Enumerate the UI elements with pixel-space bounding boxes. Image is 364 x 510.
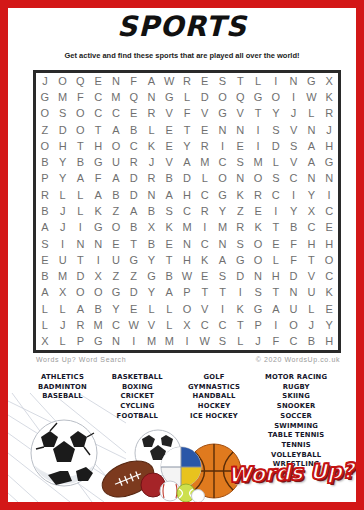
grid-cell[interactable]: S (267, 171, 285, 187)
grid-cell[interactable]: C (107, 317, 125, 333)
grid-cell[interactable]: M (196, 154, 214, 170)
grid-cell[interactable]: V (196, 106, 214, 122)
grid-cell[interactable]: T (89, 122, 107, 138)
grid-cell[interactable]: O (107, 220, 125, 236)
grid-cell[interactable]: Q (231, 89, 249, 105)
grid-cell[interactable]: S (214, 269, 232, 285)
grid-cell[interactable]: D (72, 269, 90, 285)
grid-cell[interactable]: O (178, 301, 196, 317)
grid-cell[interactable]: H (267, 269, 285, 285)
grid-cell[interactable]: R (231, 220, 249, 236)
grid-cell[interactable]: U (285, 301, 303, 317)
grid-cell[interactable]: X (143, 220, 161, 236)
grid-cell[interactable]: S (231, 236, 249, 252)
grid-cell[interactable]: O (36, 106, 54, 122)
grid-cell[interactable]: H (89, 138, 107, 154)
grid-cell[interactable]: C (302, 220, 320, 236)
grid-cell[interactable]: A (125, 203, 143, 219)
grid-cell[interactable]: N (214, 236, 232, 252)
grid-cell[interactable]: I (72, 220, 90, 236)
grid-cell[interactable]: L (36, 317, 54, 333)
grid-cell[interactable]: L (54, 187, 72, 203)
grid-cell[interactable]: C (285, 171, 303, 187)
grid-cell[interactable]: M (178, 220, 196, 236)
grid-cell[interactable]: C (320, 269, 338, 285)
grid-cell[interactable]: T (196, 285, 214, 301)
grid-cell[interactable]: T (72, 252, 90, 268)
grid-cell[interactable]: N (285, 285, 303, 301)
grid-cell[interactable]: X (302, 203, 320, 219)
grid-cell[interactable]: K (320, 89, 338, 105)
grid-cell[interactable]: H (320, 236, 338, 252)
grid-cell[interactable]: N (285, 73, 303, 89)
grid-cell[interactable]: H (320, 138, 338, 154)
grid-cell[interactable]: N (143, 187, 161, 203)
grid-cell[interactable]: X (89, 269, 107, 285)
grid-cell[interactable]: E (36, 252, 54, 268)
grid-cell[interactable]: E (196, 73, 214, 89)
grid-cell[interactable]: O (249, 252, 267, 268)
grid-cell[interactable]: X (36, 334, 54, 350)
word-list-column: MOTOR RACINGRUGBYSKIINGSNOOKERSOCCERSWIM… (252, 373, 340, 470)
grid-cell[interactable]: Y (214, 203, 232, 219)
grid-cell[interactable]: E (125, 106, 143, 122)
grid-cell[interactable]: K (231, 301, 249, 317)
grid-cell[interactable]: G (249, 89, 267, 105)
grid-cell[interactable]: E (196, 122, 214, 138)
grid-cell[interactable]: R (143, 106, 161, 122)
grid-cell[interactable]: L (36, 301, 54, 317)
grid-cell[interactable]: V (160, 154, 178, 170)
grid-cell[interactable]: V (231, 106, 249, 122)
grid-cell[interactable]: W (302, 89, 320, 105)
grid-cell[interactable]: K (231, 187, 249, 203)
grid-cell[interactable]: G (160, 89, 178, 105)
grid-cell[interactable]: A (143, 73, 161, 89)
grid-cell[interactable]: L (267, 154, 285, 170)
grid-cell[interactable]: M (89, 317, 107, 333)
grid-cell[interactable]: C (214, 317, 232, 333)
grid-cell[interactable]: T (249, 106, 267, 122)
grid-cell[interactable]: G (107, 285, 125, 301)
grid-cell[interactable]: G (231, 252, 249, 268)
grid-cell[interactable]: S (285, 138, 303, 154)
grid-cell[interactable]: E (160, 122, 178, 138)
grid-cell[interactable]: D (125, 187, 143, 203)
grid-cell[interactable]: Z (125, 269, 143, 285)
grid-cell[interactable]: C (107, 106, 125, 122)
grid-cell[interactable]: O (214, 89, 232, 105)
grid-cell[interactable]: J (54, 203, 72, 219)
grid-cell[interactable]: A (72, 301, 90, 317)
grid-cell[interactable]: O (72, 122, 90, 138)
grid-cell[interactable]: E (160, 138, 178, 154)
grid-cell[interactable]: T (125, 236, 143, 252)
grid-cell[interactable]: J (320, 122, 338, 138)
grid-cell[interactable]: D (196, 89, 214, 105)
grid-cell[interactable]: H (178, 187, 196, 203)
grid-cell[interactable]: B (143, 203, 161, 219)
grid-cell[interactable]: S (214, 73, 232, 89)
grid-cell[interactable]: A (89, 187, 107, 203)
word-list-column: GOLFGYMNASTICSHANDBALLHOCKEYICE HOCKEY (176, 373, 253, 470)
grid-cell[interactable]: V (285, 154, 303, 170)
grid-cell[interactable]: I (249, 122, 267, 138)
grid-cell[interactable]: G (214, 106, 232, 122)
grid-cell[interactable]: K (89, 203, 107, 219)
grid-cell[interactable]: C (196, 236, 214, 252)
grid-cell[interactable]: A (36, 220, 54, 236)
grid-cell[interactable]: B (160, 269, 178, 285)
word-item: CRICKET (121, 392, 155, 402)
grid-cell[interactable]: A (302, 138, 320, 154)
grid-cell[interactable]: C (89, 89, 107, 105)
grid-cell[interactable]: J (36, 73, 54, 89)
grid-cell[interactable]: B (36, 203, 54, 219)
grid-cell[interactable]: I (214, 301, 232, 317)
grid-cell[interactable]: L (231, 334, 249, 350)
grid-cell[interactable]: U (107, 154, 125, 170)
grid-cell[interactable]: A (107, 171, 125, 187)
grid-cell[interactable]: B (143, 236, 161, 252)
grid-cell[interactable]: F (72, 89, 90, 105)
grid-cell[interactable]: N (302, 122, 320, 138)
grid-cell[interactable]: G (214, 187, 232, 203)
grid-cell[interactable]: A (160, 187, 178, 203)
grid-cell[interactable]: R (72, 317, 90, 333)
grid-cell[interactable]: T (302, 252, 320, 268)
grid-cell[interactable]: I (267, 203, 285, 219)
grid-cell[interactable]: U (54, 252, 72, 268)
grid-cell[interactable]: E (267, 236, 285, 252)
grid-cell[interactable]: I (214, 138, 232, 154)
grid-cell[interactable]: L (249, 73, 267, 89)
grid-cell[interactable]: D (231, 269, 249, 285)
grid-cell[interactable]: C (89, 106, 107, 122)
grid-cell[interactable]: N (320, 171, 338, 187)
grid-cell[interactable]: C (285, 334, 303, 350)
puzzle-grid: JOQENFAWRESTLINGXGMFCMQNGLDOQGOIWKOSOCCE… (33, 70, 341, 353)
grid-cell[interactable]: F (89, 171, 107, 187)
grid-cell[interactable]: G (36, 89, 54, 105)
word-item: SKIING (282, 392, 310, 402)
grid-cell[interactable]: E (89, 73, 107, 89)
grid-cell[interactable]: A (214, 252, 232, 268)
grid-cell[interactable]: G (125, 252, 143, 268)
grid-cell[interactable]: K (196, 252, 214, 268)
grid-cell[interactable]: E (125, 301, 143, 317)
grid-cell[interactable]: Y (267, 106, 285, 122)
grid-cell[interactable]: T (231, 317, 249, 333)
grid-cell[interactable]: R (249, 187, 267, 203)
grid-cell[interactable]: I (285, 89, 303, 105)
grid-cell[interactable]: M (54, 269, 72, 285)
grid-cell[interactable]: L (196, 171, 214, 187)
grid-cell[interactable]: W (125, 317, 143, 333)
grid-cell[interactable]: H (54, 138, 72, 154)
grid-cell[interactable]: O (72, 106, 90, 122)
grid-cell[interactable]: V (160, 106, 178, 122)
grid-cell[interactable]: O (36, 138, 54, 154)
grid-cell[interactable]: O (107, 138, 125, 154)
grid-cell[interactable]: O (54, 73, 72, 89)
grid-cell[interactable]: N (143, 89, 161, 105)
grid-cell[interactable]: S (249, 285, 267, 301)
grid-cell[interactable]: I (267, 73, 285, 89)
grid-cell[interactable]: V (285, 122, 303, 138)
grid-cell[interactable]: O (249, 171, 267, 187)
grid-cell[interactable]: Z (36, 122, 54, 138)
grid-cell[interactable]: V (143, 317, 161, 333)
grid-cell[interactable]: C (125, 138, 143, 154)
grid-cell[interactable]: B (89, 301, 107, 317)
grid-cell[interactable]: F (178, 106, 196, 122)
grid-cell[interactable]: O (214, 171, 232, 187)
grid-cell[interactable]: G (143, 269, 161, 285)
grid-cell[interactable]: F (285, 252, 303, 268)
grid-cell[interactable]: D (285, 269, 303, 285)
grid-cell[interactable]: A (107, 122, 125, 138)
grid-cell[interactable]: P (36, 171, 54, 187)
grid-cell[interactable]: S (160, 203, 178, 219)
grid-cell[interactable]: Y (107, 301, 125, 317)
grid-cell[interactable]: A (36, 285, 54, 301)
grid-cell[interactable]: A (302, 154, 320, 170)
grid-cell[interactable]: N (249, 269, 267, 285)
grid-cell[interactable]: Y (54, 154, 72, 170)
grid-cell[interactable]: H (178, 252, 196, 268)
grid-cell[interactable]: G (302, 73, 320, 89)
grid-cell[interactable]: D (125, 171, 143, 187)
grid-cell[interactable]: A (178, 154, 196, 170)
grid-cell[interactable]: X (320, 73, 338, 89)
grid-cell[interactable]: Y (143, 252, 161, 268)
grid-cell[interactable]: K (320, 285, 338, 301)
grid-cell[interactable]: I (249, 138, 267, 154)
golf-ball-icon (192, 490, 205, 503)
grid-cell[interactable]: R (196, 203, 214, 219)
grid-cell[interactable]: B (36, 269, 54, 285)
grid-cell[interactable]: I (125, 334, 143, 350)
grid-cell[interactable]: I (320, 187, 338, 203)
grid-cell[interactable]: B (125, 220, 143, 236)
grid-cell[interactable]: N (89, 236, 107, 252)
grid-cell[interactable]: D (178, 171, 196, 187)
grid-cell[interactable]: G (89, 154, 107, 170)
grid-cell[interactable]: L (143, 301, 161, 317)
grid-cell[interactable]: O (249, 236, 267, 252)
grid-cell[interactable]: B (302, 334, 320, 350)
grid-cell[interactable]: N (231, 171, 249, 187)
grid-cell[interactable]: L (160, 301, 178, 317)
grid-cell[interactable]: J (285, 106, 303, 122)
grid-cell[interactable]: G (89, 334, 107, 350)
grid-cell[interactable]: L (178, 89, 196, 105)
grid-cell[interactable]: I (178, 334, 196, 350)
grid-cell[interactable]: R (125, 154, 143, 170)
grid-cell[interactable]: Z (231, 203, 249, 219)
grid-cell[interactable]: J (54, 317, 72, 333)
grid-cell[interactable]: X (178, 317, 196, 333)
word-list: ATHLETICSBADMINTONBASEBALL BASKETBALLBOX… (26, 373, 340, 470)
grid-cell[interactable]: A (267, 301, 285, 317)
grid-cell[interactable]: X (54, 285, 72, 301)
grid-cell[interactable]: S (36, 236, 54, 252)
grid-cell[interactable]: Y (54, 171, 72, 187)
grid-cell[interactable]: T (178, 122, 196, 138)
grid-cell[interactable]: T (160, 252, 178, 268)
grid-cell[interactable]: Y (320, 317, 338, 333)
grid-cell[interactable]: B (160, 171, 178, 187)
grid-cell[interactable]: U (107, 252, 125, 268)
grid-cell[interactable]: T (267, 220, 285, 236)
grid-cell[interactable]: J (302, 317, 320, 333)
grid-cell[interactable]: Z (107, 203, 125, 219)
grid-cell[interactable]: R (143, 171, 161, 187)
word-item: SWIMMING (274, 422, 318, 432)
grid-cell[interactable]: T (214, 285, 232, 301)
grid-cell[interactable]: K (143, 138, 161, 154)
grid-cell[interactable]: S (54, 106, 72, 122)
grid-cell[interactable]: R (320, 106, 338, 122)
grid-cell[interactable]: D (267, 138, 285, 154)
grid-cell[interactable]: S (231, 154, 249, 170)
grid-cell[interactable]: E (231, 138, 249, 154)
grid-cell[interactable]: D (125, 285, 143, 301)
grid-cell[interactable]: N (231, 122, 249, 138)
grid-cell[interactable]: G (89, 220, 107, 236)
grid-cell[interactable]: E (196, 269, 214, 285)
grid-cell[interactable]: I (285, 187, 303, 203)
grid-cell[interactable]: C (196, 317, 214, 333)
grid-cell[interactable]: I (267, 317, 285, 333)
footer-brand: Words Up? Word Search (36, 356, 126, 363)
grid-cell[interactable]: B (36, 154, 54, 170)
grid-cell[interactable]: L (302, 301, 320, 317)
grid-cell[interactable]: T (231, 73, 249, 89)
grid-cell[interactable]: R (196, 138, 214, 154)
grid-cell[interactable]: E (249, 203, 267, 219)
grid-cell[interactable]: Z (107, 269, 125, 285)
grid-cell[interactable]: C (267, 187, 285, 203)
grid-cell[interactable]: L (72, 187, 90, 203)
grid-cell[interactable]: M (143, 334, 161, 350)
grid-cell[interactable]: N (302, 171, 320, 187)
grid-cell[interactable]: J (249, 334, 267, 350)
grid-cell[interactable]: O (267, 89, 285, 105)
grid-cell[interactable]: M (249, 154, 267, 170)
grid-cell[interactable]: F (267, 334, 285, 350)
grid-cell[interactable]: L (143, 122, 161, 138)
grid-cell[interactable]: P (72, 334, 90, 350)
grid-cell[interactable]: Y (178, 138, 196, 154)
grid-cell[interactable]: C (196, 187, 214, 203)
grid-cell[interactable]: D (54, 122, 72, 138)
grid-cell[interactable]: M (214, 220, 232, 236)
word-list-column: BASKETBALLBOXINGCRICKETCYCLINGFOOTBALL (99, 373, 176, 470)
grid-cell[interactable]: A (72, 171, 90, 187)
grid-cell[interactable]: K (160, 220, 178, 236)
grid-cell[interactable]: L (302, 106, 320, 122)
grid-cell[interactable]: Q (72, 73, 90, 89)
grid-cell[interactable]: M (54, 89, 72, 105)
grid-cell[interactable]: E (107, 236, 125, 252)
grid-cell[interactable]: T (267, 285, 285, 301)
grid-cell[interactable]: Y (143, 285, 161, 301)
grid-cell[interactable]: W (196, 334, 214, 350)
grid-cell[interactable]: C (320, 203, 338, 219)
grid-cell[interactable]: H (320, 334, 338, 350)
grid-cell[interactable]: Y (285, 203, 303, 219)
grid-cell[interactable]: O (320, 252, 338, 268)
grid-cell[interactable]: R (178, 73, 196, 89)
grid-cell[interactable]: N (72, 236, 90, 252)
grid-cell[interactable]: F (125, 73, 143, 89)
grid-cell[interactable]: C (178, 203, 196, 219)
grid-cell[interactable]: N (214, 122, 232, 138)
grid-cell[interactable]: L (267, 252, 285, 268)
grid-cell[interactable]: O (285, 317, 303, 333)
grid-cell[interactable]: O (89, 285, 107, 301)
grid-cell[interactable]: K (249, 220, 267, 236)
grid-cell[interactable]: I (231, 285, 249, 301)
grid-cell[interactable]: W (178, 269, 196, 285)
grid-cell[interactable]: C (214, 154, 232, 170)
grid-cell[interactable]: I (54, 236, 72, 252)
grid-cell[interactable]: G (320, 154, 338, 170)
grid-cell[interactable]: B (72, 154, 90, 170)
grid-cell[interactable]: E (320, 301, 338, 317)
grid-cell[interactable]: B (125, 122, 143, 138)
grid-cell[interactable]: N (107, 334, 125, 350)
grid-cell[interactable]: O (72, 285, 90, 301)
grid-cell[interactable]: A (160, 285, 178, 301)
grid-cell[interactable]: M (160, 334, 178, 350)
grid-cell[interactable]: L (72, 203, 90, 219)
grid-cell[interactable]: E (160, 236, 178, 252)
grid-cell[interactable]: N (178, 236, 196, 252)
grid-cell[interactable]: I (196, 220, 214, 236)
grid-cell[interactable]: I (89, 252, 107, 268)
grid-cell[interactable]: E (320, 220, 338, 236)
grid-cell[interactable]: J (143, 154, 161, 170)
grid-cell[interactable]: G (249, 301, 267, 317)
grid-cell[interactable]: H (302, 236, 320, 252)
grid-cell[interactable]: W (160, 73, 178, 89)
grid-cell[interactable]: T (72, 138, 90, 154)
grid-cell[interactable]: J (54, 220, 72, 236)
grid-cell[interactable]: M (107, 89, 125, 105)
grid-cell[interactable]: S (267, 122, 285, 138)
grid-cell[interactable]: P (249, 317, 267, 333)
grid-cell[interactable]: P (178, 285, 196, 301)
grid-cell[interactable]: B (107, 187, 125, 203)
grid-cell[interactable]: L (160, 317, 178, 333)
grid-cell[interactable]: N (107, 73, 125, 89)
grid-cell[interactable]: U (302, 285, 320, 301)
grid-cell[interactable]: Q (125, 89, 143, 105)
grid-cell[interactable]: Y (302, 187, 320, 203)
grid-cell[interactable]: R (36, 187, 54, 203)
grid-cell[interactable]: L (54, 334, 72, 350)
grid-cell[interactable]: L (54, 301, 72, 317)
grid-cell[interactable]: V (196, 301, 214, 317)
grid-cell[interactable]: S (214, 334, 232, 350)
word-item: CYCLING (120, 402, 154, 412)
grid-cell[interactable]: B (285, 220, 303, 236)
grid-cell[interactable]: F (285, 236, 303, 252)
grid-cell[interactable]: V (302, 269, 320, 285)
